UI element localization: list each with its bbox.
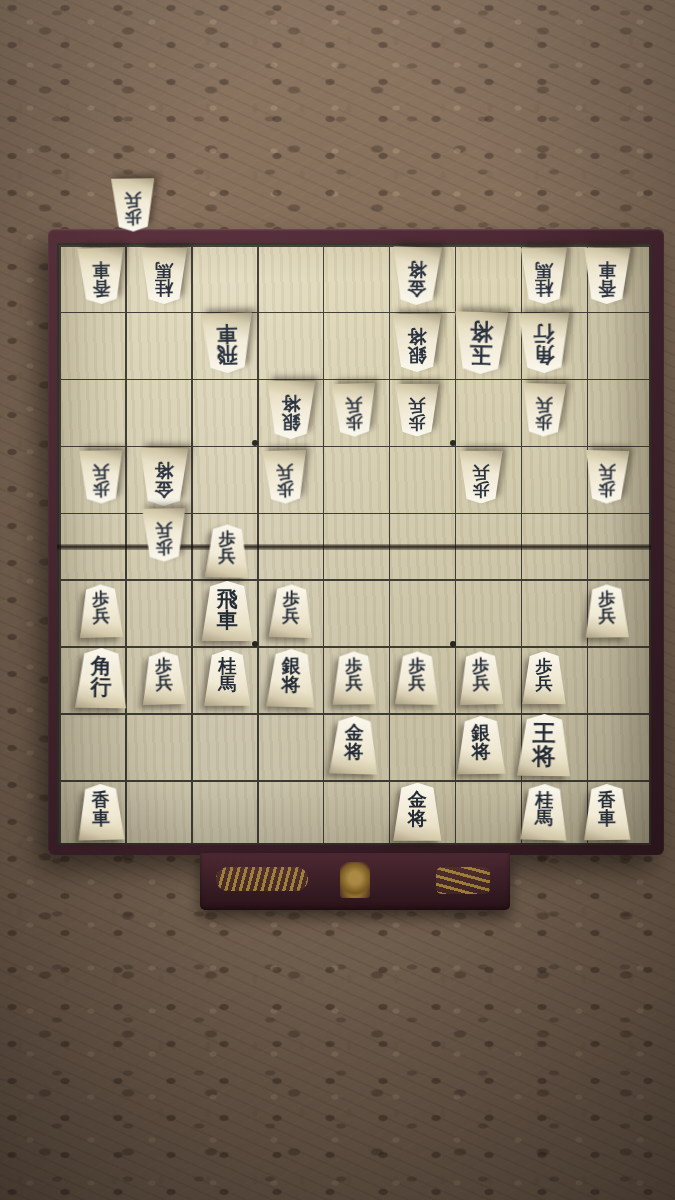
piece-white-歩兵-53[interactable]: 歩兵 — [331, 383, 377, 437]
piece-face: 金将 — [328, 715, 379, 774]
piece-white-桂馬-21[interactable]: 桂馬 — [520, 248, 569, 305]
shogi-board: 香車桂馬金将桂馬香車飛車銀将玉将角行銀将歩兵歩兵歩兵歩兵金将歩兵歩兵歩兵歩兵歩兵… — [57, 243, 651, 845]
piece-face: 歩兵 — [395, 651, 441, 705]
board-pieces: 香車桂馬金将桂馬香車飛車銀将玉将角行銀将歩兵歩兵歩兵歩兵金将歩兵歩兵歩兵歩兵歩兵… — [57, 243, 651, 845]
piece-face: 歩兵 — [331, 651, 377, 705]
piece-black-金将-58[interactable]: 金将 — [328, 715, 379, 774]
piece-face: 金将 — [392, 783, 442, 841]
case-gold-script — [216, 867, 308, 891]
piece-white-歩兵-43[interactable]: 歩兵 — [395, 384, 440, 437]
piece-white-歩兵-85[interactable]: 歩兵 — [141, 508, 187, 562]
piece-face: 銀将 — [265, 381, 316, 440]
piece-face: 桂馬 — [520, 248, 569, 305]
piece-face: 歩兵 — [584, 450, 630, 504]
piece-face: 歩兵 — [522, 651, 567, 704]
piece-white-歩兵-34[interactable]: 歩兵 — [458, 451, 503, 504]
piece-face: 角行 — [74, 648, 128, 709]
piece-black-王将-28[interactable]: 王将 — [516, 713, 572, 776]
piece-white-歩兵-64[interactable]: 歩兵 — [261, 450, 307, 504]
piece-black-歩兵-27[interactable]: 歩兵 — [522, 651, 567, 704]
piece-face: 歩兵 — [110, 178, 156, 232]
board-case — [200, 853, 510, 910]
piece-face: 香車 — [76, 783, 125, 840]
piece-face: 金将 — [392, 247, 443, 306]
piece-face: 歩兵 — [141, 651, 187, 705]
piece-face: 香車 — [583, 783, 632, 840]
piece-face: 銀将 — [392, 314, 442, 372]
piece-white-歩兵-hand[interactable]: 歩兵 — [110, 178, 156, 232]
piece-black-金将-49[interactable]: 金将 — [392, 783, 442, 841]
piece-face: 歩兵 — [458, 651, 504, 705]
piece-face: 歩兵 — [267, 584, 313, 638]
piece-white-歩兵-14[interactable]: 歩兵 — [584, 450, 630, 504]
photo-scene: 香車桂馬金将桂馬香車飛車銀将玉将角行銀将歩兵歩兵歩兵歩兵金将歩兵歩兵歩兵歩兵歩兵… — [0, 0, 675, 1200]
piece-white-香車-11[interactable]: 香車 — [583, 248, 632, 305]
piece-face: 歩兵 — [458, 451, 503, 504]
piece-face: 桂馬 — [519, 783, 568, 840]
piece-face: 歩兵 — [585, 584, 631, 638]
piece-black-歩兵-47[interactable]: 歩兵 — [395, 651, 441, 705]
piece-white-桂馬-81[interactable]: 桂馬 — [140, 248, 188, 304]
piece-white-飛車-72[interactable]: 飛車 — [200, 313, 254, 374]
piece-black-桂馬-29[interactable]: 桂馬 — [519, 783, 568, 840]
piece-white-銀将-63[interactable]: 銀将 — [265, 381, 316, 440]
piece-black-歩兵-75[interactable]: 歩兵 — [204, 524, 250, 578]
piece-black-香車-19[interactable]: 香車 — [583, 783, 632, 840]
piece-face: 歩兵 — [204, 524, 250, 578]
piece-white-歩兵-23[interactable]: 歩兵 — [521, 383, 567, 437]
piece-face: 歩兵 — [78, 450, 124, 504]
piece-black-銀将-67[interactable]: 銀将 — [265, 648, 316, 707]
piece-black-歩兵-66[interactable]: 歩兵 — [267, 584, 313, 638]
piece-face: 桂馬 — [203, 650, 251, 706]
piece-face: 銀将 — [265, 648, 316, 707]
piece-face: 金将 — [139, 448, 190, 507]
piece-black-銀将-38[interactable]: 銀将 — [455, 715, 506, 774]
piece-face: 歩兵 — [521, 383, 567, 437]
piece-face: 歩兵 — [395, 384, 440, 437]
piece-face: 飛車 — [200, 313, 254, 374]
piece-black-香車-99[interactable]: 香車 — [76, 783, 125, 840]
piece-face: 王将 — [516, 713, 572, 776]
piece-face: 角行 — [517, 313, 571, 374]
piece-white-玉将-32[interactable]: 玉将 — [452, 312, 508, 375]
piece-black-歩兵-37[interactable]: 歩兵 — [458, 651, 504, 705]
piece-face: 桂馬 — [140, 248, 188, 304]
board-frame: 香車桂馬金将桂馬香車飛車銀将玉将角行銀将歩兵歩兵歩兵歩兵金将歩兵歩兵歩兵歩兵歩兵… — [48, 229, 664, 855]
piece-black-桂馬-77[interactable]: 桂馬 — [203, 650, 251, 706]
piece-face: 歩兵 — [77, 584, 123, 638]
piece-face: 歩兵 — [261, 450, 307, 504]
piece-white-香車-91[interactable]: 香車 — [76, 248, 125, 305]
piece-face: 玉将 — [452, 312, 508, 375]
case-gold-mark — [436, 867, 490, 894]
piece-black-飛車-76[interactable]: 飛車 — [201, 581, 254, 641]
piece-black-歩兵-87[interactable]: 歩兵 — [141, 651, 187, 705]
case-gold-crest-icon — [340, 862, 370, 898]
piece-white-角行-22[interactable]: 角行 — [517, 313, 571, 374]
piece-black-歩兵-57[interactable]: 歩兵 — [331, 651, 377, 705]
piece-face: 歩兵 — [331, 383, 377, 437]
piece-face: 銀将 — [455, 715, 506, 774]
piece-black-歩兵-16[interactable]: 歩兵 — [585, 584, 631, 638]
piece-face: 飛車 — [201, 581, 254, 641]
piece-white-金将-84[interactable]: 金将 — [139, 448, 190, 507]
piece-white-金将-41[interactable]: 金将 — [392, 247, 443, 306]
piece-white-銀将-42[interactable]: 銀将 — [392, 314, 442, 372]
piece-black-角行-97[interactable]: 角行 — [74, 648, 128, 709]
piece-black-歩兵-96[interactable]: 歩兵 — [77, 584, 123, 638]
piece-face: 香車 — [583, 248, 632, 305]
piece-face: 歩兵 — [141, 508, 187, 562]
piece-white-歩兵-94[interactable]: 歩兵 — [78, 450, 124, 504]
piece-face: 香車 — [76, 248, 125, 305]
